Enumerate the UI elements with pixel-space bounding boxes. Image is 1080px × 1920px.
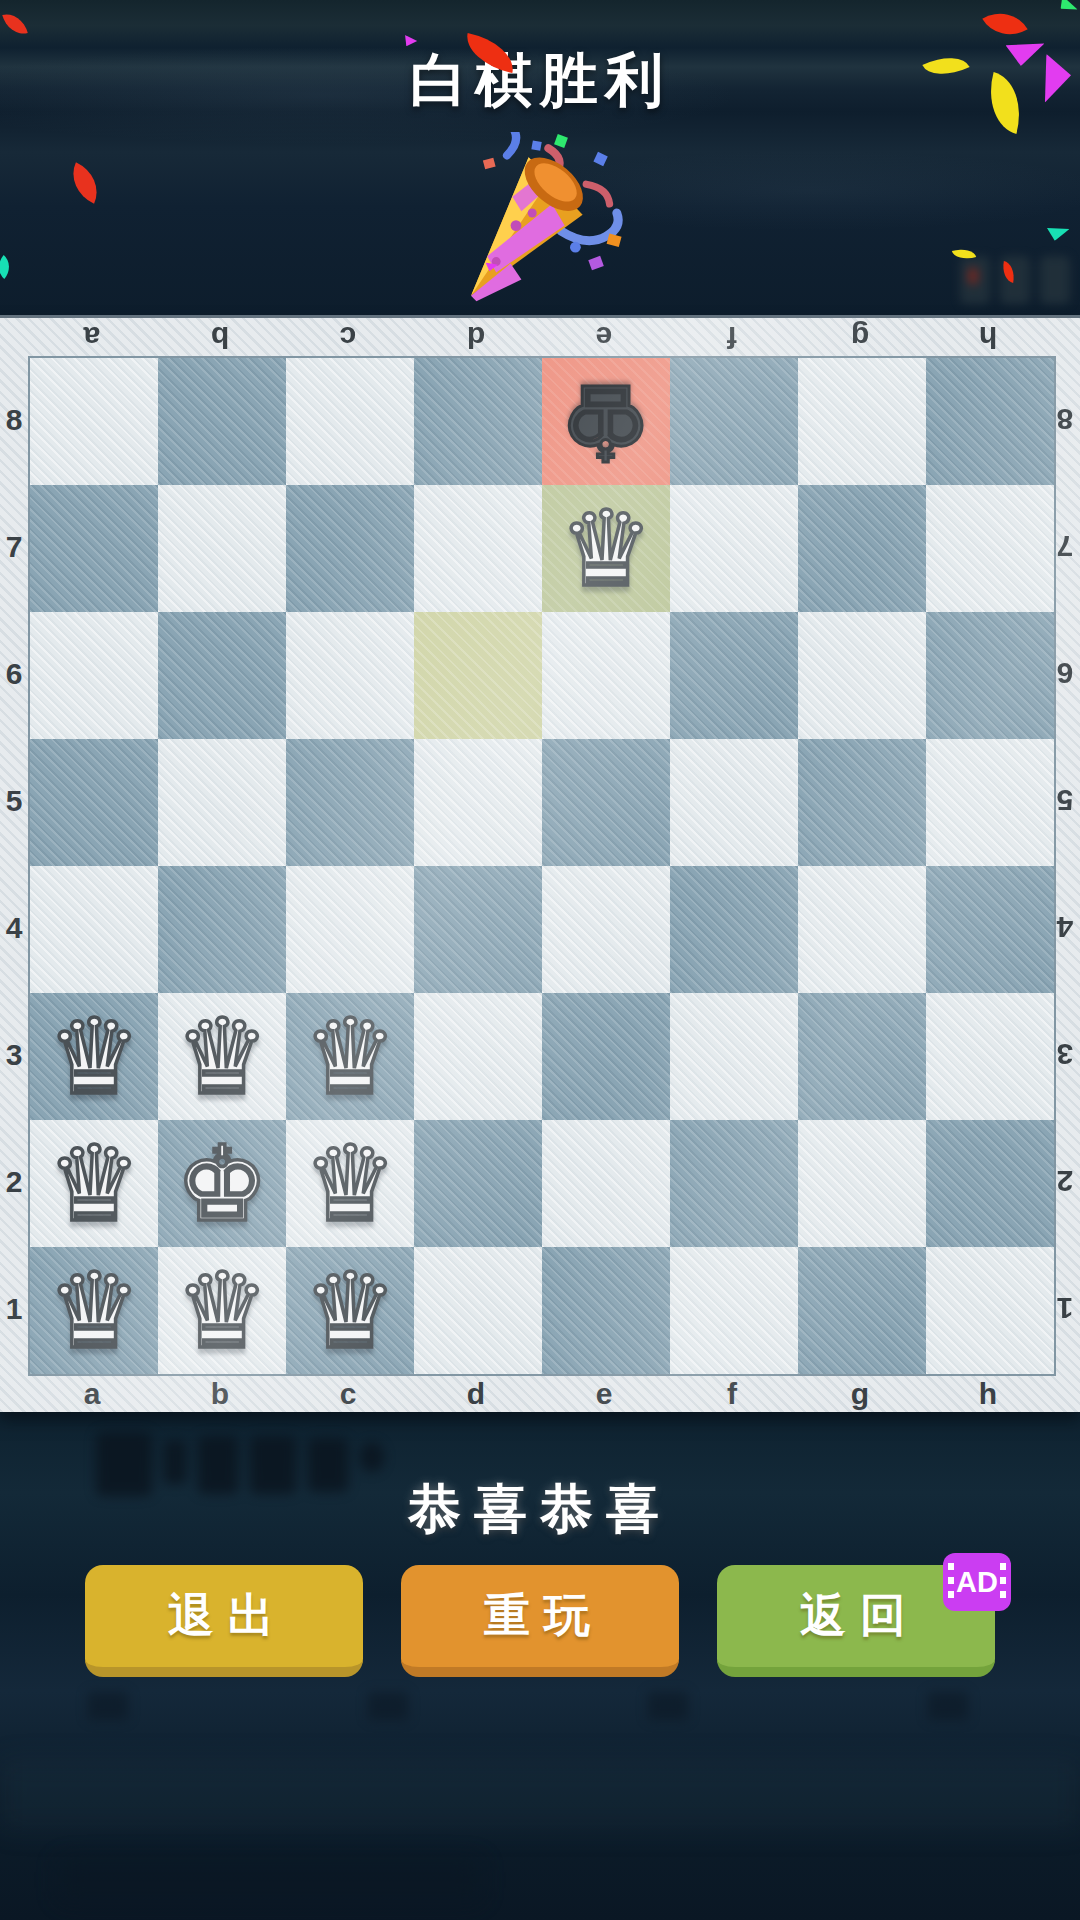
square-a4[interactable] [30, 866, 158, 993]
exit-button[interactable]: 退出 [85, 1565, 363, 1677]
coordinate-label: 5 [0, 737, 28, 864]
square-a8[interactable] [30, 358, 158, 485]
square-d6[interactable] [414, 612, 542, 739]
ghost-blur [648, 1692, 688, 1720]
coordinate-label: 1 [0, 1245, 28, 1372]
coordinate-label: g [796, 319, 924, 355]
square-h8[interactable] [926, 358, 1054, 485]
square-f3[interactable] [670, 993, 798, 1120]
square-f5[interactable] [670, 739, 798, 866]
coordinate-label: a [28, 1376, 156, 1412]
square-b8[interactable] [158, 358, 286, 485]
square-f2[interactable] [670, 1120, 798, 1247]
white-queen[interactable]: ♛ [303, 1005, 396, 1109]
white-queen[interactable]: ♛ [559, 497, 652, 601]
square-b1[interactable]: ♛ [158, 1247, 286, 1374]
square-d1[interactable] [414, 1247, 542, 1374]
coordinate-label: 4 [0, 864, 28, 991]
coordinate-label: a [28, 319, 156, 355]
black-king[interactable]: ♚ [559, 370, 652, 474]
background-streak [0, 1760, 1080, 1830]
square-h3[interactable] [926, 993, 1054, 1120]
congrats-message: 恭喜恭喜 [0, 1474, 1080, 1546]
coordinate-label: b [156, 319, 284, 355]
square-g8[interactable] [798, 358, 926, 485]
square-a2[interactable]: ♛ [30, 1120, 158, 1247]
square-f6[interactable] [670, 612, 798, 739]
coordinate-label: c [284, 319, 412, 355]
exit-button-label: 退出 [168, 1590, 288, 1641]
victory-title: 白棋胜利 [0, 42, 1080, 120]
square-c5[interactable] [286, 739, 414, 866]
blurred-chip [1040, 256, 1070, 304]
square-d2[interactable] [414, 1120, 542, 1247]
party-popper-icon [448, 132, 638, 312]
square-e5[interactable] [542, 739, 670, 866]
square-b6[interactable] [158, 612, 286, 739]
rank-labels-left: 87654321 [0, 356, 28, 1376]
square-b3[interactable]: ♛ [158, 993, 286, 1120]
victory-screen: 白棋胜利 abcdefgh abcdefgh 87654321 [0, 0, 1080, 1920]
square-f7[interactable] [670, 485, 798, 612]
square-c6[interactable] [286, 612, 414, 739]
white-queen[interactable]: ♛ [303, 1259, 396, 1363]
coordinate-label: d [412, 1376, 540, 1412]
coordinate-label: g [796, 1376, 924, 1412]
back-button[interactable]: 返回 AD [717, 1565, 995, 1677]
square-h6[interactable] [926, 612, 1054, 739]
white-queen[interactable]: ♛ [303, 1132, 396, 1236]
square-d5[interactable] [414, 739, 542, 866]
coordinate-label: 7 [0, 483, 28, 610]
square-d8[interactable] [414, 358, 542, 485]
coordinate-label: 2 [0, 1118, 28, 1245]
blurred-chip [960, 256, 990, 304]
coordinate-label: 6 [0, 610, 28, 737]
coordinate-label: h [924, 1376, 1052, 1412]
coordinate-label: f [668, 319, 796, 355]
coordinate-label: e [540, 1376, 668, 1412]
square-b5[interactable] [158, 739, 286, 866]
coordinate-label: 8 [0, 356, 28, 483]
white-queen[interactable]: ♛ [47, 1005, 140, 1109]
square-e4[interactable] [542, 866, 670, 993]
coordinate-label: f [668, 1376, 796, 1412]
square-a5[interactable] [30, 739, 158, 866]
square-g5[interactable] [798, 739, 926, 866]
square-b7[interactable] [158, 485, 286, 612]
file-labels-top: abcdefgh [28, 319, 1052, 355]
square-c8[interactable] [286, 358, 414, 485]
square-c1[interactable]: ♛ [286, 1247, 414, 1374]
square-c2[interactable]: ♛ [286, 1120, 414, 1247]
square-c4[interactable] [286, 866, 414, 993]
square-f4[interactable] [670, 866, 798, 993]
chess-board: ♚♛♛♛♛♛♚♛♛♛♛ [28, 356, 1056, 1376]
square-c3[interactable]: ♛ [286, 993, 414, 1120]
ghost-blur [88, 1692, 128, 1720]
square-g7[interactable] [798, 485, 926, 612]
ghost-blur [928, 1692, 968, 1720]
coordinate-label: d [412, 319, 540, 355]
back-button-label: 返回 [800, 1590, 920, 1641]
square-e3[interactable] [542, 993, 670, 1120]
square-e7[interactable]: ♛ [542, 485, 670, 612]
white-queen[interactable]: ♛ [47, 1132, 140, 1236]
coordinate-label: e [540, 319, 668, 355]
square-a6[interactable] [30, 612, 158, 739]
square-f1[interactable] [670, 1247, 798, 1374]
ghost-blur [60, 1860, 480, 1900]
square-g1[interactable] [798, 1247, 926, 1374]
button-row: 退出 重玩 返回 AD [0, 1565, 1080, 1677]
square-d4[interactable] [414, 866, 542, 993]
square-d3[interactable] [414, 993, 542, 1120]
coordinate-label: b [156, 1376, 284, 1412]
square-h5[interactable] [926, 739, 1054, 866]
square-a1[interactable]: ♛ [30, 1247, 158, 1374]
blurred-toolbar [960, 256, 1078, 310]
square-h4[interactable] [926, 866, 1054, 993]
replay-button[interactable]: 重玩 [401, 1565, 679, 1677]
ghost-blur [368, 1692, 408, 1720]
square-g3[interactable] [798, 993, 926, 1120]
square-a7[interactable] [30, 485, 158, 612]
ad-badge: AD [943, 1553, 1011, 1611]
square-g4[interactable] [798, 866, 926, 993]
coordinate-label: c [284, 1376, 412, 1412]
square-e8[interactable]: ♚ [542, 358, 670, 485]
coordinate-label: 3 [0, 991, 28, 1118]
square-g6[interactable] [798, 612, 926, 739]
board-panel: abcdefgh abcdefgh 87654321 87654321 ♚♛♛♛… [0, 318, 1080, 1412]
white-queen[interactable]: ♛ [175, 1259, 268, 1363]
square-e6[interactable] [542, 612, 670, 739]
square-f8[interactable] [670, 358, 798, 485]
replay-button-label: 重玩 [484, 1590, 604, 1641]
square-h2[interactable] [926, 1120, 1054, 1247]
white-queen[interactable]: ♛ [175, 1005, 268, 1109]
coordinate-label: h [924, 319, 1052, 355]
square-b4[interactable] [158, 866, 286, 993]
square-h7[interactable] [926, 485, 1054, 612]
file-labels-bottom: abcdefgh [28, 1376, 1052, 1412]
square-d7[interactable] [414, 485, 542, 612]
square-e2[interactable] [542, 1120, 670, 1247]
square-e1[interactable] [542, 1247, 670, 1374]
square-a3[interactable]: ♛ [30, 993, 158, 1120]
white-queen[interactable]: ♛ [47, 1259, 140, 1363]
square-h1[interactable] [926, 1247, 1054, 1374]
white-king[interactable]: ♚ [175, 1132, 268, 1236]
square-c7[interactable] [286, 485, 414, 612]
square-g2[interactable] [798, 1120, 926, 1247]
square-b2[interactable]: ♚ [158, 1120, 286, 1247]
